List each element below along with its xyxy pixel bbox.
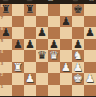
- piece-black-pawn[interactable]: ♟: [0, 27, 12, 39]
- square-f7[interactable]: ♟: [60, 16, 72, 28]
- square-h1[interactable]: [84, 85, 96, 97]
- square-h6[interactable]: ♟: [84, 27, 96, 39]
- square-c2[interactable]: ♟: [24, 73, 36, 85]
- rank-label-3: 3: [1, 62, 4, 66]
- chess-app-screenshot: ♜♜♖♚♔ 8♜♜♚7♟6♟♟♟5♟♟♟♟4♛♛♞3♜♟♟2♟♚♟1: [0, 0, 96, 96]
- square-d2[interactable]: [36, 73, 48, 85]
- square-c7[interactable]: [24, 16, 36, 28]
- square-d4[interactable]: ♛: [36, 50, 48, 62]
- square-e6[interactable]: [48, 27, 60, 39]
- square-b4[interactable]: [12, 50, 24, 62]
- cutoff-piece-glyph: ♖: [47, 0, 54, 3]
- square-d8[interactable]: [36, 4, 48, 16]
- square-h5[interactable]: [84, 39, 96, 51]
- square-b1[interactable]: [12, 85, 24, 97]
- square-a3[interactable]: 3: [0, 62, 12, 74]
- piece-black-rook[interactable]: ♜: [24, 4, 36, 16]
- square-b3[interactable]: ♜: [12, 62, 24, 74]
- piece-black-queen[interactable]: ♛: [36, 50, 48, 62]
- piece-white-queen[interactable]: ♛: [48, 50, 60, 62]
- square-g4[interactable]: ♞: [72, 50, 84, 62]
- piece-black-pawn[interactable]: ♟: [24, 39, 36, 51]
- square-a4[interactable]: 4: [0, 50, 12, 62]
- square-h2[interactable]: ♟: [84, 73, 96, 85]
- square-e7[interactable]: [48, 16, 60, 28]
- square-b6[interactable]: [12, 27, 24, 39]
- square-c6[interactable]: [24, 27, 36, 39]
- rank-label-1: 1: [1, 85, 4, 89]
- square-f3[interactable]: ♟: [60, 62, 72, 74]
- piece-black-pawn[interactable]: ♟: [12, 39, 24, 51]
- square-h4[interactable]: [84, 50, 96, 62]
- square-g2[interactable]: ♚: [72, 73, 84, 85]
- square-a5[interactable]: 5: [0, 39, 12, 51]
- square-c4[interactable]: [24, 50, 36, 62]
- square-a2[interactable]: 2: [0, 73, 12, 85]
- square-a1[interactable]: 1: [0, 85, 12, 97]
- square-g6[interactable]: [72, 27, 84, 39]
- square-c8[interactable]: ♜: [24, 4, 36, 16]
- piece-white-king[interactable]: ♚: [72, 73, 84, 85]
- square-g8[interactable]: ♚: [72, 4, 84, 16]
- square-c1[interactable]: [24, 85, 36, 97]
- piece-white-knight[interactable]: ♞: [72, 50, 84, 62]
- square-a6[interactable]: 6♟: [0, 27, 12, 39]
- rank-label-2: 2: [1, 73, 4, 77]
- rank-label-5: 5: [1, 39, 4, 43]
- square-f2[interactable]: [60, 73, 72, 85]
- piece-black-pawn[interactable]: ♟: [36, 27, 48, 39]
- square-h8[interactable]: [84, 4, 96, 16]
- square-f4[interactable]: [60, 50, 72, 62]
- square-b2[interactable]: [12, 73, 24, 85]
- cutoff-piece-glyph: ♔: [88, 0, 95, 3]
- chess-board[interactable]: 8♜♜♚7♟6♟♟♟5♟♟♟♟4♛♛♞3♜♟♟2♟♚♟1: [0, 4, 96, 96]
- square-b7[interactable]: [12, 16, 24, 28]
- square-f8[interactable]: [60, 4, 72, 16]
- piece-black-rook[interactable]: ♜: [0, 4, 12, 16]
- rank-label-4: 4: [1, 50, 4, 54]
- piece-white-pawn[interactable]: ♟: [84, 73, 96, 85]
- square-b8[interactable]: [12, 4, 24, 16]
- piece-white-pawn[interactable]: ♟: [60, 62, 72, 74]
- square-e2[interactable]: [48, 73, 60, 85]
- square-d1[interactable]: [36, 85, 48, 97]
- square-d6[interactable]: ♟: [36, 27, 48, 39]
- square-f6[interactable]: [60, 27, 72, 39]
- square-a8[interactable]: 8♜: [0, 4, 12, 16]
- square-c5[interactable]: ♟: [24, 39, 36, 51]
- square-f5[interactable]: [60, 39, 72, 51]
- square-e1[interactable]: [48, 85, 60, 97]
- piece-white-rook[interactable]: ♜: [12, 62, 24, 74]
- square-e4[interactable]: ♛: [48, 50, 60, 62]
- piece-black-pawn[interactable]: ♟: [60, 16, 72, 28]
- square-d3[interactable]: [36, 62, 48, 74]
- piece-black-pawn[interactable]: ♟: [84, 27, 96, 39]
- square-e8[interactable]: [48, 4, 60, 16]
- piece-white-pawn[interactable]: ♟: [24, 73, 36, 85]
- square-g7[interactable]: [72, 16, 84, 28]
- square-b5[interactable]: ♟: [12, 39, 24, 51]
- square-g1[interactable]: [72, 85, 84, 97]
- square-f1[interactable]: [60, 85, 72, 97]
- piece-black-king[interactable]: ♚: [72, 4, 84, 16]
- square-e3[interactable]: [48, 62, 60, 74]
- rank-label-7: 7: [1, 16, 4, 20]
